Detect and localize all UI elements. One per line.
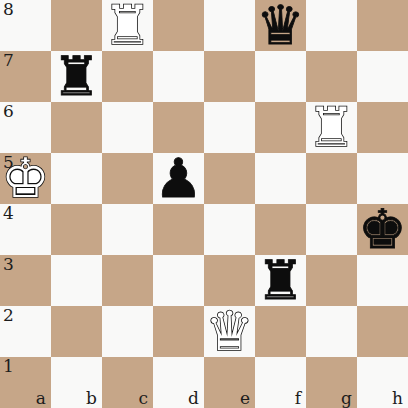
square-d1[interactable]: d: [153, 357, 204, 408]
file-label-a: a: [36, 389, 46, 408]
square-h6[interactable]: [357, 102, 408, 153]
square-a8[interactable]: 8: [0, 0, 51, 51]
black-queen-icon[interactable]: ♛: [255, 0, 306, 51]
rank-label-8: 8: [3, 0, 14, 19]
square-c2[interactable]: [102, 306, 153, 357]
square-b7[interactable]: ♜: [51, 51, 102, 102]
square-a5[interactable]: 5♚: [0, 153, 51, 204]
black-rook-icon[interactable]: ♜: [255, 255, 306, 306]
file-label-c: c: [138, 389, 148, 408]
square-f4[interactable]: [255, 204, 306, 255]
white-rook-icon[interactable]: ♜: [102, 0, 153, 51]
square-d8[interactable]: [153, 0, 204, 51]
square-h2[interactable]: [357, 306, 408, 357]
square-f5[interactable]: [255, 153, 306, 204]
file-label-d: d: [188, 389, 199, 408]
square-e2[interactable]: ♛: [204, 306, 255, 357]
square-d6[interactable]: [153, 102, 204, 153]
black-rook-icon[interactable]: ♜: [51, 51, 102, 102]
square-a3[interactable]: 3: [0, 255, 51, 306]
square-a4[interactable]: 4: [0, 204, 51, 255]
square-h8[interactable]: [357, 0, 408, 51]
square-g7[interactable]: [306, 51, 357, 102]
square-c6[interactable]: [102, 102, 153, 153]
square-d5[interactable]: ♟: [153, 153, 204, 204]
square-g8[interactable]: [306, 0, 357, 51]
square-c7[interactable]: [102, 51, 153, 102]
square-a2[interactable]: 2: [0, 306, 51, 357]
square-b5[interactable]: [51, 153, 102, 204]
white-rook-icon[interactable]: ♜: [306, 102, 357, 153]
rank-label-1: 1: [3, 357, 14, 376]
square-d2[interactable]: [153, 306, 204, 357]
rank-label-7: 7: [3, 51, 14, 70]
square-b3[interactable]: [51, 255, 102, 306]
square-b1[interactable]: b: [51, 357, 102, 408]
black-pawn-icon[interactable]: ♟: [153, 153, 204, 204]
file-label-e: e: [240, 389, 250, 408]
square-b8[interactable]: [51, 0, 102, 51]
square-a1[interactable]: 1a: [0, 357, 51, 408]
square-b6[interactable]: [51, 102, 102, 153]
square-h7[interactable]: [357, 51, 408, 102]
square-e5[interactable]: [204, 153, 255, 204]
square-h5[interactable]: [357, 153, 408, 204]
square-c3[interactable]: [102, 255, 153, 306]
square-c8[interactable]: ♜: [102, 0, 153, 51]
square-d7[interactable]: [153, 51, 204, 102]
chess-board: 8♜♛7♜6♜5♚♟4♚3♜2♛1abcdefgh: [0, 0, 408, 408]
white-king-icon[interactable]: ♚: [0, 153, 51, 204]
file-label-g: g: [341, 389, 352, 408]
square-c4[interactable]: [102, 204, 153, 255]
rank-label-3: 3: [3, 255, 14, 274]
square-g5[interactable]: [306, 153, 357, 204]
square-a6[interactable]: 6: [0, 102, 51, 153]
black-king-icon[interactable]: ♚: [357, 204, 408, 255]
rank-label-4: 4: [3, 204, 14, 223]
file-label-b: b: [86, 389, 97, 408]
square-d4[interactable]: [153, 204, 204, 255]
square-b2[interactable]: [51, 306, 102, 357]
square-d3[interactable]: [153, 255, 204, 306]
square-e7[interactable]: [204, 51, 255, 102]
square-g2[interactable]: [306, 306, 357, 357]
square-c1[interactable]: c: [102, 357, 153, 408]
square-f1[interactable]: f: [255, 357, 306, 408]
square-h3[interactable]: [357, 255, 408, 306]
square-g4[interactable]: [306, 204, 357, 255]
square-e1[interactable]: e: [204, 357, 255, 408]
square-f6[interactable]: [255, 102, 306, 153]
square-a7[interactable]: 7: [0, 51, 51, 102]
white-queen-icon[interactable]: ♛: [204, 306, 255, 357]
square-b4[interactable]: [51, 204, 102, 255]
square-g1[interactable]: g: [306, 357, 357, 408]
square-f7[interactable]: [255, 51, 306, 102]
rank-label-6: 6: [3, 102, 14, 121]
square-h1[interactable]: h: [357, 357, 408, 408]
square-e8[interactable]: [204, 0, 255, 51]
square-f3[interactable]: ♜: [255, 255, 306, 306]
square-h4[interactable]: ♚: [357, 204, 408, 255]
square-g3[interactable]: [306, 255, 357, 306]
file-label-f: f: [295, 389, 301, 408]
rank-label-2: 2: [3, 306, 14, 325]
square-g6[interactable]: ♜: [306, 102, 357, 153]
square-c5[interactable]: [102, 153, 153, 204]
file-label-h: h: [392, 389, 403, 408]
square-e4[interactable]: [204, 204, 255, 255]
square-f2[interactable]: [255, 306, 306, 357]
square-f8[interactable]: ♛: [255, 0, 306, 51]
square-e3[interactable]: [204, 255, 255, 306]
square-e6[interactable]: [204, 102, 255, 153]
